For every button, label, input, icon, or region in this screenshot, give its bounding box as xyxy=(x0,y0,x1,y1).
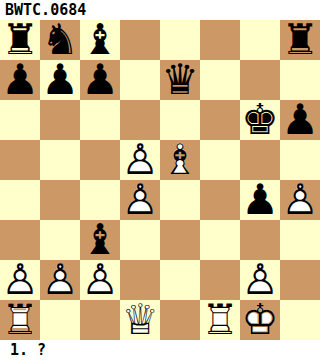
square-e5[interactable]: ♝♗ xyxy=(160,140,200,180)
chess-puzzle-window: BWTC.0684 ♜♞♝♜♟♟♟♛♚♟♟♙♝♗♟♙♟♟♙♝♟♙♟♙♟♙♟♙♜♖… xyxy=(0,0,320,360)
square-b4[interactable] xyxy=(40,180,80,220)
piece-black-pawn: ♟ xyxy=(0,60,40,100)
black-pawn-icon: ♟ xyxy=(240,180,280,220)
white-rook-outline-icon: ♖ xyxy=(200,300,240,340)
square-b1[interactable] xyxy=(40,300,80,340)
square-d2[interactable] xyxy=(120,260,160,300)
piece-black-bishop: ♝ xyxy=(80,220,120,260)
square-e6[interactable] xyxy=(160,100,200,140)
square-c5[interactable] xyxy=(80,140,120,180)
piece-white-rook: ♜♖ xyxy=(0,300,40,340)
square-g4[interactable]: ♟ xyxy=(240,180,280,220)
square-h4[interactable]: ♟♙ xyxy=(280,180,320,220)
square-h1[interactable] xyxy=(280,300,320,340)
square-h7[interactable] xyxy=(280,60,320,100)
piece-white-bishop: ♝♗ xyxy=(160,140,200,180)
white-pawn-outline-icon: ♙ xyxy=(120,180,160,220)
square-b3[interactable] xyxy=(40,220,80,260)
square-d8[interactable] xyxy=(120,20,160,60)
square-f7[interactable] xyxy=(200,60,240,100)
square-c7[interactable]: ♟ xyxy=(80,60,120,100)
square-g7[interactable] xyxy=(240,60,280,100)
white-pawn-outline-icon: ♙ xyxy=(280,180,320,220)
square-h8[interactable]: ♜ xyxy=(280,20,320,60)
black-knight-icon: ♞ xyxy=(40,20,80,60)
square-d4[interactable]: ♟♙ xyxy=(120,180,160,220)
piece-black-pawn: ♟ xyxy=(80,60,120,100)
piece-white-pawn: ♟♙ xyxy=(80,260,120,300)
black-rook-icon: ♜ xyxy=(280,20,320,60)
white-pawn-outline-icon: ♙ xyxy=(120,140,160,180)
square-h3[interactable] xyxy=(280,220,320,260)
piece-black-queen: ♛ xyxy=(160,60,200,100)
white-queen-outline-icon: ♕ xyxy=(120,300,160,340)
chess-board: ♜♞♝♜♟♟♟♛♚♟♟♙♝♗♟♙♟♟♙♝♟♙♟♙♟♙♟♙♜♖♛♕♜♖♚♔ xyxy=(0,20,320,340)
black-pawn-icon: ♟ xyxy=(40,60,80,100)
square-a7[interactable]: ♟ xyxy=(0,60,40,100)
piece-white-pawn: ♟♙ xyxy=(280,180,320,220)
square-d7[interactable] xyxy=(120,60,160,100)
square-e4[interactable] xyxy=(160,180,200,220)
square-f6[interactable] xyxy=(200,100,240,140)
square-e1[interactable] xyxy=(160,300,200,340)
square-c6[interactable] xyxy=(80,100,120,140)
white-king-outline-icon: ♔ xyxy=(240,300,280,340)
black-rook-icon: ♜ xyxy=(0,20,40,60)
square-h6[interactable]: ♟ xyxy=(280,100,320,140)
piece-black-bishop: ♝ xyxy=(80,20,120,60)
square-a3[interactable] xyxy=(0,220,40,260)
piece-white-rook: ♜♖ xyxy=(200,300,240,340)
piece-black-pawn: ♟ xyxy=(240,180,280,220)
piece-white-pawn: ♟♙ xyxy=(120,140,160,180)
square-c1[interactable] xyxy=(80,300,120,340)
piece-white-pawn: ♟♙ xyxy=(120,180,160,220)
black-bishop-icon: ♝ xyxy=(80,20,120,60)
square-b2[interactable]: ♟♙ xyxy=(40,260,80,300)
piece-white-queen: ♛♕ xyxy=(120,300,160,340)
square-a5[interactable] xyxy=(0,140,40,180)
square-c4[interactable] xyxy=(80,180,120,220)
square-f1[interactable]: ♜♖ xyxy=(200,300,240,340)
black-pawn-icon: ♟ xyxy=(80,60,120,100)
black-pawn-icon: ♟ xyxy=(280,100,320,140)
piece-white-pawn: ♟♙ xyxy=(240,260,280,300)
square-e8[interactable] xyxy=(160,20,200,60)
white-pawn-outline-icon: ♙ xyxy=(0,260,40,300)
square-c2[interactable]: ♟♙ xyxy=(80,260,120,300)
white-rook-outline-icon: ♖ xyxy=(0,300,40,340)
square-a2[interactable]: ♟♙ xyxy=(0,260,40,300)
square-a4[interactable] xyxy=(0,180,40,220)
piece-black-rook: ♜ xyxy=(0,20,40,60)
square-b8[interactable]: ♞ xyxy=(40,20,80,60)
square-b7[interactable]: ♟ xyxy=(40,60,80,100)
square-g5[interactable] xyxy=(240,140,280,180)
square-d6[interactable] xyxy=(120,100,160,140)
piece-black-pawn: ♟ xyxy=(280,100,320,140)
square-g6[interactable]: ♚ xyxy=(240,100,280,140)
black-king-icon: ♚ xyxy=(240,100,280,140)
square-e7[interactable]: ♛ xyxy=(160,60,200,100)
square-g3[interactable] xyxy=(240,220,280,260)
square-h5[interactable] xyxy=(280,140,320,180)
square-g2[interactable]: ♟♙ xyxy=(240,260,280,300)
square-f8[interactable] xyxy=(200,20,240,60)
square-a1[interactable]: ♜♖ xyxy=(0,300,40,340)
square-e3[interactable] xyxy=(160,220,200,260)
square-c3[interactable]: ♝ xyxy=(80,220,120,260)
square-d5[interactable]: ♟♙ xyxy=(120,140,160,180)
square-c8[interactable]: ♝ xyxy=(80,20,120,60)
black-queen-icon: ♛ xyxy=(160,60,200,100)
square-b6[interactable] xyxy=(40,100,80,140)
square-a8[interactable]: ♜ xyxy=(0,20,40,60)
square-d1[interactable]: ♛♕ xyxy=(120,300,160,340)
square-b5[interactable] xyxy=(40,140,80,180)
white-pawn-outline-icon: ♙ xyxy=(80,260,120,300)
square-h2[interactable] xyxy=(280,260,320,300)
square-f2[interactable] xyxy=(200,260,240,300)
square-f3[interactable] xyxy=(200,220,240,260)
piece-white-king: ♚♔ xyxy=(240,300,280,340)
piece-black-pawn: ♟ xyxy=(40,60,80,100)
piece-black-knight: ♞ xyxy=(40,20,80,60)
white-bishop-outline-icon: ♗ xyxy=(160,140,200,180)
piece-black-rook: ♜ xyxy=(280,20,320,60)
square-g8[interactable] xyxy=(240,20,280,60)
square-f5[interactable] xyxy=(200,140,240,180)
white-pawn-outline-icon: ♙ xyxy=(40,260,80,300)
square-a6[interactable] xyxy=(0,100,40,140)
square-d3[interactable] xyxy=(120,220,160,260)
square-f4[interactable] xyxy=(200,180,240,220)
piece-white-pawn: ♟♙ xyxy=(40,260,80,300)
piece-black-king: ♚ xyxy=(240,100,280,140)
white-pawn-outline-icon: ♙ xyxy=(240,260,280,300)
black-pawn-icon: ♟ xyxy=(0,60,40,100)
square-g1[interactable]: ♚♔ xyxy=(240,300,280,340)
black-bishop-icon: ♝ xyxy=(80,220,120,260)
square-e2[interactable] xyxy=(160,260,200,300)
piece-white-pawn: ♟♙ xyxy=(0,260,40,300)
